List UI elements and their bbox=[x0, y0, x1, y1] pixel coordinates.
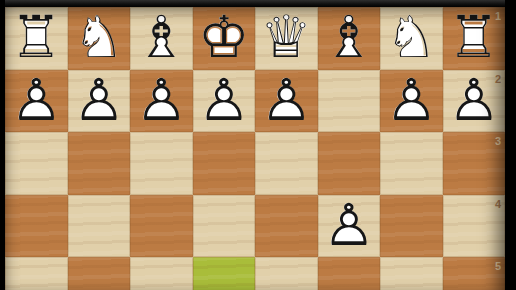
white-pawn[interactable]: ♟♙ bbox=[193, 70, 256, 133]
square-e2[interactable]: ♟♙ bbox=[193, 70, 256, 133]
white-pawn-outline-glyph: ♙ bbox=[380, 70, 443, 132]
rank-label-3: 3 bbox=[495, 135, 501, 147]
rank-label-1: 1 bbox=[495, 10, 501, 22]
square-g2[interactable]: ♟♙ bbox=[68, 70, 131, 133]
white-queen-outline-glyph: ♕ bbox=[255, 7, 318, 69]
square-e1[interactable]: ♚♔ bbox=[193, 7, 256, 70]
white-knight[interactable]: ♞♘ bbox=[380, 7, 443, 70]
square-b1[interactable]: ♞♘ bbox=[380, 7, 443, 70]
square-b2[interactable]: ♟♙ bbox=[380, 70, 443, 133]
white-knight-outline-glyph: ♘ bbox=[68, 7, 131, 69]
square-d3[interactable] bbox=[255, 132, 318, 195]
square-d4[interactable] bbox=[255, 195, 318, 258]
square-f3[interactable] bbox=[130, 132, 193, 195]
white-pawn-outline-glyph: ♙ bbox=[5, 70, 68, 132]
square-b3[interactable] bbox=[380, 132, 443, 195]
white-queen[interactable]: ♛♕ bbox=[255, 7, 318, 70]
square-a5[interactable]: 5 bbox=[443, 257, 506, 290]
square-e4[interactable] bbox=[193, 195, 256, 258]
white-pawn[interactable]: ♟♙ bbox=[5, 70, 68, 133]
square-b4[interactable] bbox=[380, 195, 443, 258]
square-h4[interactable] bbox=[5, 195, 68, 258]
white-king[interactable]: ♚♔ bbox=[193, 7, 256, 70]
square-e5[interactable] bbox=[193, 257, 256, 290]
letterbox-right-bar bbox=[505, 0, 516, 290]
square-g3[interactable] bbox=[68, 132, 131, 195]
square-f1[interactable]: ♝♗ bbox=[130, 7, 193, 70]
white-pawn[interactable]: ♟♙ bbox=[380, 70, 443, 133]
square-c2[interactable] bbox=[318, 70, 381, 133]
square-a4[interactable]: 4 bbox=[443, 195, 506, 258]
white-knight-outline-glyph: ♘ bbox=[380, 7, 443, 69]
white-pawn-outline-glyph: ♙ bbox=[255, 70, 318, 132]
white-pawn-outline-glyph: ♙ bbox=[130, 70, 193, 132]
white-pawn-outline-glyph: ♙ bbox=[68, 70, 131, 132]
square-c4[interactable]: ♟♙ bbox=[318, 195, 381, 258]
white-pawn[interactable]: ♟♙ bbox=[255, 70, 318, 133]
square-h2[interactable]: ♟♙ bbox=[5, 70, 68, 133]
square-a1[interactable]: ♜♖1 bbox=[443, 7, 506, 70]
square-c3[interactable] bbox=[318, 132, 381, 195]
white-knight[interactable]: ♞♘ bbox=[68, 7, 131, 70]
square-e3[interactable] bbox=[193, 132, 256, 195]
square-a3[interactable]: 3 bbox=[443, 132, 506, 195]
square-d1[interactable]: ♛♕ bbox=[255, 7, 318, 70]
white-bishop-outline-glyph: ♗ bbox=[130, 7, 193, 69]
white-bishop[interactable]: ♝♗ bbox=[130, 7, 193, 70]
square-a2[interactable]: ♟♙2 bbox=[443, 70, 506, 133]
rank-label-5: 5 bbox=[495, 260, 501, 272]
white-pawn[interactable]: ♟♙ bbox=[68, 70, 131, 133]
square-g5[interactable] bbox=[68, 257, 131, 290]
white-pawn[interactable]: ♟♙ bbox=[318, 195, 381, 258]
white-pawn[interactable]: ♟♙ bbox=[130, 70, 193, 133]
square-c5[interactable] bbox=[318, 257, 381, 290]
square-d2[interactable]: ♟♙ bbox=[255, 70, 318, 133]
square-g4[interactable] bbox=[68, 195, 131, 258]
white-rook-outline-glyph: ♖ bbox=[5, 7, 68, 69]
white-bishop-outline-glyph: ♗ bbox=[318, 7, 381, 69]
square-h1[interactable]: ♜♖ bbox=[5, 7, 68, 70]
square-g1[interactable]: ♞♘ bbox=[68, 7, 131, 70]
white-rook[interactable]: ♜♖ bbox=[5, 7, 68, 70]
square-b5[interactable] bbox=[380, 257, 443, 290]
square-f2[interactable]: ♟♙ bbox=[130, 70, 193, 133]
rank-label-4: 4 bbox=[495, 198, 501, 210]
rank-label-2: 2 bbox=[495, 73, 501, 85]
chess-board: ♜♖♞♘♝♗♚♔♛♕♝♗♞♘♜♖1♟♙♟♙♟♙♟♙♟♙♟♙♟♙23♟♙45 bbox=[5, 7, 505, 290]
white-king-outline-glyph: ♔ bbox=[193, 7, 256, 69]
white-pawn-outline-glyph: ♙ bbox=[193, 70, 256, 132]
square-d5[interactable] bbox=[255, 257, 318, 290]
square-f4[interactable] bbox=[130, 195, 193, 258]
white-bishop[interactable]: ♝♗ bbox=[318, 7, 381, 70]
letterbox-top-bar bbox=[0, 0, 516, 7]
square-f5[interactable] bbox=[130, 257, 193, 290]
square-h5[interactable] bbox=[5, 257, 68, 290]
white-pawn-outline-glyph: ♙ bbox=[318, 195, 381, 257]
square-c1[interactable]: ♝♗ bbox=[318, 7, 381, 70]
square-h3[interactable] bbox=[5, 132, 68, 195]
